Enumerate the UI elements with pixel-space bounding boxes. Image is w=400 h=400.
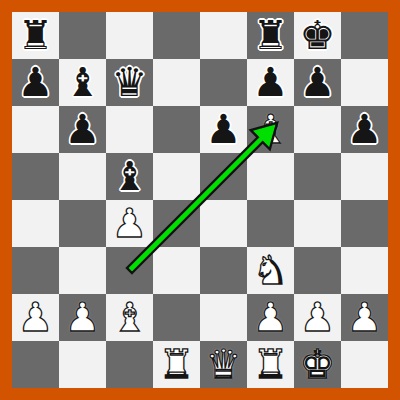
black-bishop: ♝: [65, 59, 101, 106]
square-e2[interactable]: [200, 294, 247, 341]
square-f5[interactable]: [247, 153, 294, 200]
square-g2[interactable]: ♟: [294, 294, 341, 341]
square-b5[interactable]: [59, 153, 106, 200]
square-d5[interactable]: [153, 153, 200, 200]
black-queen: ♛: [112, 59, 148, 106]
square-c7[interactable]: ♛: [106, 59, 153, 106]
square-a2[interactable]: ♟: [12, 294, 59, 341]
square-e7[interactable]: [200, 59, 247, 106]
square-h4[interactable]: [341, 200, 388, 247]
square-d1[interactable]: ♜: [153, 341, 200, 388]
square-a8[interactable]: ♜: [12, 12, 59, 59]
white-pawn: ♟: [65, 294, 101, 341]
square-h5[interactable]: [341, 153, 388, 200]
white-pawn: ♟: [300, 294, 336, 341]
square-e4[interactable]: [200, 200, 247, 247]
square-e1[interactable]: ♛: [200, 341, 247, 388]
square-f6[interactable]: ♝: [247, 106, 294, 153]
black-pawn: ♟: [253, 59, 289, 106]
white-king: ♚: [300, 341, 336, 388]
square-e5[interactable]: [200, 153, 247, 200]
square-f7[interactable]: ♟: [247, 59, 294, 106]
square-g8[interactable]: ♚: [294, 12, 341, 59]
square-a1[interactable]: [12, 341, 59, 388]
black-rook: ♜: [18, 12, 54, 59]
white-pawn: ♟: [347, 294, 383, 341]
square-h7[interactable]: [341, 59, 388, 106]
square-g5[interactable]: [294, 153, 341, 200]
square-f2[interactable]: ♟: [247, 294, 294, 341]
square-d3[interactable]: [153, 247, 200, 294]
square-c6[interactable]: [106, 106, 153, 153]
square-c8[interactable]: [106, 12, 153, 59]
square-a6[interactable]: [12, 106, 59, 153]
square-h2[interactable]: ♟: [341, 294, 388, 341]
white-pawn: ♟: [253, 294, 289, 341]
square-d8[interactable]: [153, 12, 200, 59]
square-b6[interactable]: ♟: [59, 106, 106, 153]
square-f8[interactable]: ♜: [247, 12, 294, 59]
white-rook: ♜: [253, 341, 289, 388]
square-c2[interactable]: ♝: [106, 294, 153, 341]
square-c5[interactable]: ♝: [106, 153, 153, 200]
square-e3[interactable]: [200, 247, 247, 294]
chess-board: ♜♜♚♟♝♛♟♟♟♟♝♟♝♟♞♟♟♝♟♟♟♜♛♜♚: [12, 12, 388, 388]
square-h1[interactable]: [341, 341, 388, 388]
square-h6[interactable]: ♟: [341, 106, 388, 153]
square-d4[interactable]: [153, 200, 200, 247]
square-g3[interactable]: [294, 247, 341, 294]
white-bishop: ♝: [253, 106, 289, 153]
square-c3[interactable]: [106, 247, 153, 294]
square-f1[interactable]: ♜: [247, 341, 294, 388]
square-a4[interactable]: [12, 200, 59, 247]
square-b7[interactable]: ♝: [59, 59, 106, 106]
square-a3[interactable]: [12, 247, 59, 294]
square-b2[interactable]: ♟: [59, 294, 106, 341]
black-king: ♚: [300, 12, 336, 59]
black-pawn: ♟: [206, 106, 242, 153]
black-bishop: ♝: [112, 153, 148, 200]
square-e6[interactable]: ♟: [200, 106, 247, 153]
board-frame: ♜♜♚♟♝♛♟♟♟♟♝♟♝♟♞♟♟♝♟♟♟♜♛♜♚: [0, 0, 400, 400]
square-b4[interactable]: [59, 200, 106, 247]
white-knight: ♞: [253, 247, 289, 294]
white-bishop: ♝: [112, 294, 148, 341]
black-pawn: ♟: [300, 59, 336, 106]
black-pawn: ♟: [18, 59, 54, 106]
square-d6[interactable]: [153, 106, 200, 153]
square-f3[interactable]: ♞: [247, 247, 294, 294]
square-f4[interactable]: [247, 200, 294, 247]
black-pawn: ♟: [65, 106, 101, 153]
square-g6[interactable]: [294, 106, 341, 153]
square-h3[interactable]: [341, 247, 388, 294]
square-a5[interactable]: [12, 153, 59, 200]
black-pawn: ♟: [347, 106, 383, 153]
square-d7[interactable]: [153, 59, 200, 106]
white-rook: ♜: [159, 341, 195, 388]
square-e8[interactable]: [200, 12, 247, 59]
square-d2[interactable]: [153, 294, 200, 341]
square-g4[interactable]: [294, 200, 341, 247]
white-pawn: ♟: [112, 200, 148, 247]
square-a7[interactable]: ♟: [12, 59, 59, 106]
black-rook: ♜: [253, 12, 289, 59]
square-c4[interactable]: ♟: [106, 200, 153, 247]
square-b8[interactable]: [59, 12, 106, 59]
white-queen: ♛: [206, 341, 242, 388]
square-b1[interactable]: [59, 341, 106, 388]
white-pawn: ♟: [18, 294, 54, 341]
square-b3[interactable]: [59, 247, 106, 294]
square-h8[interactable]: [341, 12, 388, 59]
square-c1[interactable]: [106, 341, 153, 388]
square-g1[interactable]: ♚: [294, 341, 341, 388]
square-g7[interactable]: ♟: [294, 59, 341, 106]
